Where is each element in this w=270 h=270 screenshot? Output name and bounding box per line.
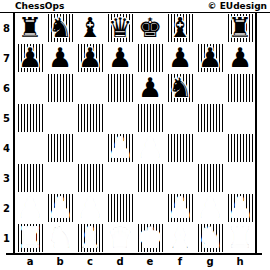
file-labels: abcdefgh xyxy=(15,255,255,268)
square-g4[interactable] xyxy=(195,133,225,163)
square-g6[interactable] xyxy=(195,73,225,103)
rank-label-3: 3 xyxy=(0,163,13,193)
white-rook[interactable]: ♜ xyxy=(228,223,252,253)
square-f5[interactable] xyxy=(165,103,195,133)
square-a6[interactable] xyxy=(15,73,45,103)
square-d3[interactable] xyxy=(105,163,135,193)
square-h5[interactable] xyxy=(225,103,255,133)
file-label-d: d xyxy=(105,255,135,268)
square-a1[interactable]: ♜ xyxy=(15,223,45,253)
square-a3[interactable] xyxy=(15,163,45,193)
rank-label-2: 2 xyxy=(0,193,13,223)
rank-label-8: 8 xyxy=(0,13,13,43)
square-a7[interactable]: ♟ xyxy=(15,43,45,73)
square-d6[interactable] xyxy=(105,73,135,103)
square-g7[interactable]: ♟ xyxy=(195,43,225,73)
square-g3[interactable] xyxy=(195,163,225,193)
square-e4[interactable]: ♟ xyxy=(135,133,165,163)
square-d8[interactable]: ♛ xyxy=(105,13,135,43)
white-pawn[interactable]: ♟ xyxy=(168,193,192,223)
square-e5[interactable] xyxy=(135,103,165,133)
square-e1[interactable]: ♚ xyxy=(135,223,165,253)
black-pawn[interactable]: ♟ xyxy=(108,43,132,73)
white-pawn[interactable]: ♟ xyxy=(108,133,132,163)
square-b2[interactable]: ♟ xyxy=(45,193,75,223)
app-title: ChessOps xyxy=(15,1,64,11)
file-label-a: a xyxy=(15,255,45,268)
black-rook[interactable]: ♜ xyxy=(228,13,252,43)
board-frame: ♜♞♝♛♚♝♜♟♟♟♟♟♟♟♟♞♟♟♟♟♟♟♟♟♜♞♝♛♚♝♞♜ xyxy=(13,13,257,253)
square-g8[interactable] xyxy=(195,13,225,43)
square-e6[interactable]: ♟ xyxy=(135,73,165,103)
white-pawn[interactable]: ♟ xyxy=(18,193,42,223)
square-e3[interactable] xyxy=(135,163,165,193)
white-rook[interactable]: ♜ xyxy=(18,223,42,253)
black-bishop[interactable]: ♝ xyxy=(168,13,192,43)
rank-label-7: 7 xyxy=(0,43,13,73)
square-c7[interactable]: ♟ xyxy=(75,43,105,73)
black-pawn[interactable]: ♟ xyxy=(198,43,222,73)
square-h6[interactable] xyxy=(225,73,255,103)
square-f8[interactable]: ♝ xyxy=(165,13,195,43)
rank-labels: 87654321 xyxy=(0,13,13,253)
square-b1[interactable]: ♞ xyxy=(45,223,75,253)
square-a2[interactable]: ♟ xyxy=(15,193,45,223)
white-king[interactable]: ♚ xyxy=(138,223,162,253)
square-d7[interactable]: ♟ xyxy=(105,43,135,73)
file-label-f: f xyxy=(165,255,195,268)
square-a5[interactable] xyxy=(15,103,45,133)
white-pawn[interactable]: ♟ xyxy=(78,193,102,223)
square-b3[interactable] xyxy=(45,163,75,193)
white-queen[interactable]: ♛ xyxy=(108,223,132,253)
file-label-c: c xyxy=(75,255,105,268)
white-pawn[interactable]: ♟ xyxy=(48,193,72,223)
square-e8[interactable]: ♚ xyxy=(135,13,165,43)
rank-label-1: 1 xyxy=(0,223,13,253)
square-f4[interactable] xyxy=(165,133,195,163)
square-g2[interactable]: ♟ xyxy=(195,193,225,223)
black-knight[interactable]: ♞ xyxy=(48,13,72,43)
square-f6[interactable]: ♞ xyxy=(165,73,195,103)
black-pawn[interactable]: ♟ xyxy=(18,43,42,73)
square-h1[interactable]: ♜ xyxy=(225,223,255,253)
square-c6[interactable] xyxy=(75,73,105,103)
white-knight[interactable]: ♞ xyxy=(198,223,222,253)
square-f3[interactable] xyxy=(165,163,195,193)
chess-board[interactable]: ♜♞♝♛♚♝♜♟♟♟♟♟♟♟♟♞♟♟♟♟♟♟♟♟♜♞♝♛♚♝♞♜ xyxy=(15,13,255,253)
square-c3[interactable] xyxy=(75,163,105,193)
square-a4[interactable] xyxy=(15,133,45,163)
square-d2[interactable] xyxy=(105,193,135,223)
square-c5[interactable] xyxy=(75,103,105,133)
file-label-e: e xyxy=(135,255,165,268)
square-b5[interactable] xyxy=(45,103,75,133)
black-knight[interactable]: ♞ xyxy=(168,73,192,103)
black-pawn[interactable]: ♟ xyxy=(228,43,252,73)
square-h2[interactable]: ♟ xyxy=(225,193,255,223)
black-pawn[interactable]: ♟ xyxy=(168,43,192,73)
black-pawn[interactable]: ♟ xyxy=(138,73,162,103)
square-h8[interactable]: ♜ xyxy=(225,13,255,43)
square-d5[interactable] xyxy=(105,103,135,133)
black-queen[interactable]: ♛ xyxy=(108,13,132,43)
white-pawn[interactable]: ♟ xyxy=(138,133,162,163)
rank-label-5: 5 xyxy=(0,103,13,133)
rank-label-6: 6 xyxy=(0,73,13,103)
square-b4[interactable] xyxy=(45,133,75,163)
square-b7[interactable]: ♟ xyxy=(45,43,75,73)
black-pawn[interactable]: ♟ xyxy=(48,43,72,73)
white-bishop[interactable]: ♝ xyxy=(78,223,102,253)
square-a8[interactable]: ♜ xyxy=(15,13,45,43)
square-d1[interactable]: ♛ xyxy=(105,223,135,253)
square-g5[interactable] xyxy=(195,103,225,133)
black-bishop[interactable]: ♝ xyxy=(78,13,102,43)
square-f1[interactable]: ♝ xyxy=(165,223,195,253)
square-c1[interactable]: ♝ xyxy=(75,223,105,253)
chess-app-window: ChessOps © EUdesign 87654321 ♜♞♝♛♚♝♜♟♟♟♟… xyxy=(0,0,270,270)
square-b8[interactable]: ♞ xyxy=(45,13,75,43)
square-h7[interactable]: ♟ xyxy=(225,43,255,73)
white-bishop[interactable]: ♝ xyxy=(168,223,192,253)
rank-label-4: 4 xyxy=(0,133,13,163)
credit-label: © EUdesign xyxy=(208,1,267,11)
file-label-b: b xyxy=(45,255,75,268)
square-e7[interactable] xyxy=(135,43,165,73)
square-h3[interactable] xyxy=(225,163,255,193)
square-h4[interactable] xyxy=(225,133,255,163)
file-label-g: g xyxy=(195,255,225,268)
square-f2[interactable]: ♟ xyxy=(165,193,195,223)
file-label-h: h xyxy=(225,255,255,268)
white-pawn[interactable]: ♟ xyxy=(228,193,252,223)
white-knight[interactable]: ♞ xyxy=(48,223,72,253)
black-pawn[interactable]: ♟ xyxy=(78,43,102,73)
black-rook[interactable]: ♜ xyxy=(18,13,42,43)
square-f7[interactable]: ♟ xyxy=(165,43,195,73)
square-c4[interactable] xyxy=(75,133,105,163)
black-king[interactable]: ♚ xyxy=(138,13,162,43)
square-c8[interactable]: ♝ xyxy=(75,13,105,43)
square-b6[interactable] xyxy=(45,73,75,103)
square-c2[interactable]: ♟ xyxy=(75,193,105,223)
white-pawn[interactable]: ♟ xyxy=(198,193,222,223)
square-g1[interactable]: ♞ xyxy=(195,223,225,253)
square-e2[interactable] xyxy=(135,193,165,223)
square-d4[interactable]: ♟ xyxy=(105,133,135,163)
